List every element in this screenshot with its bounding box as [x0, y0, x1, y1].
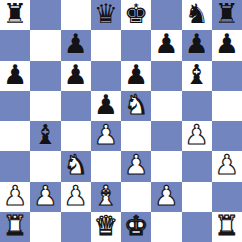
square-d5[interactable]: ♟: [91, 91, 121, 121]
square-f5[interactable]: [151, 91, 181, 121]
square-e1[interactable]: ♚: [121, 212, 151, 242]
square-g5[interactable]: [182, 91, 212, 121]
square-e6[interactable]: ♟: [121, 61, 151, 91]
square-h8[interactable]: ♜: [212, 0, 242, 30]
piece-white-pawn[interactable]: ♟: [94, 121, 118, 150]
piece-white-rook[interactable]: ♜: [215, 212, 239, 241]
square-a5[interactable]: [0, 91, 30, 121]
square-h6[interactable]: [212, 61, 242, 91]
piece-white-rook[interactable]: ♜: [3, 212, 27, 241]
square-h3[interactable]: ♟: [212, 151, 242, 181]
square-g2[interactable]: [182, 182, 212, 212]
piece-white-pawn[interactable]: ♟: [33, 182, 57, 211]
square-e2[interactable]: [121, 182, 151, 212]
square-f4[interactable]: [151, 121, 181, 151]
square-a6[interactable]: ♟: [0, 61, 30, 91]
piece-black-pawn[interactable]: ♟: [124, 61, 148, 90]
square-d7[interactable]: [91, 30, 121, 60]
square-c3[interactable]: ♞: [61, 151, 91, 181]
square-e3[interactable]: ♟: [121, 151, 151, 181]
square-g1[interactable]: [182, 212, 212, 242]
square-h5[interactable]: [212, 91, 242, 121]
square-b5[interactable]: [30, 91, 60, 121]
square-a4[interactable]: [0, 121, 30, 151]
piece-white-pawn[interactable]: ♟: [64, 182, 88, 211]
square-d4[interactable]: ♟: [91, 121, 121, 151]
square-f8[interactable]: [151, 0, 181, 30]
piece-black-queen[interactable]: ♛: [94, 0, 118, 29]
square-b7[interactable]: [30, 30, 60, 60]
piece-white-pawn[interactable]: ♟: [154, 182, 178, 211]
piece-white-pawn[interactable]: ♟: [124, 151, 148, 180]
piece-black-pawn[interactable]: ♟: [154, 30, 178, 59]
piece-white-pawn[interactable]: ♟: [3, 182, 27, 211]
piece-black-knight[interactable]: ♞: [185, 0, 209, 29]
piece-black-bishop[interactable]: ♝: [185, 61, 209, 90]
square-f6[interactable]: [151, 61, 181, 91]
piece-black-pawn[interactable]: ♟: [64, 30, 88, 59]
piece-black-king[interactable]: ♚: [124, 0, 148, 29]
piece-white-queen[interactable]: ♛: [94, 212, 118, 241]
square-b4[interactable]: ♝: [30, 121, 60, 151]
square-g8[interactable]: ♞: [182, 0, 212, 30]
square-a7[interactable]: [0, 30, 30, 60]
chess-board: ♜♛♚♞♜♟♟♟♟♟♟♟♝♟♞♝♟♟♞♟♟♟♟♟♝♟♜♛♚♜: [0, 0, 242, 242]
square-b2[interactable]: ♟: [30, 182, 60, 212]
square-a1[interactable]: ♜: [0, 212, 30, 242]
square-d8[interactable]: ♛: [91, 0, 121, 30]
square-b3[interactable]: [30, 151, 60, 181]
piece-white-bishop[interactable]: ♝: [94, 182, 118, 211]
square-d3[interactable]: [91, 151, 121, 181]
square-d2[interactable]: ♝: [91, 182, 121, 212]
square-e8[interactable]: ♚: [121, 0, 151, 30]
square-a2[interactable]: ♟: [0, 182, 30, 212]
square-b8[interactable]: [30, 0, 60, 30]
square-e4[interactable]: [121, 121, 151, 151]
square-f7[interactable]: ♟: [151, 30, 181, 60]
square-a3[interactable]: [0, 151, 30, 181]
piece-white-king[interactable]: ♚: [124, 212, 148, 241]
square-d6[interactable]: [91, 61, 121, 91]
square-c5[interactable]: [61, 91, 91, 121]
square-b6[interactable]: [30, 61, 60, 91]
square-c6[interactable]: ♟: [61, 61, 91, 91]
piece-white-pawn[interactable]: ♟: [215, 151, 239, 180]
piece-black-rook[interactable]: ♜: [215, 0, 239, 29]
square-c2[interactable]: ♟: [61, 182, 91, 212]
square-g4[interactable]: ♟: [182, 121, 212, 151]
square-d1[interactable]: ♛: [91, 212, 121, 242]
square-c8[interactable]: [61, 0, 91, 30]
square-g7[interactable]: ♟: [182, 30, 212, 60]
piece-white-knight[interactable]: ♞: [124, 91, 148, 120]
piece-white-pawn[interactable]: ♟: [185, 121, 209, 150]
piece-black-pawn[interactable]: ♟: [3, 61, 27, 90]
piece-black-rook[interactable]: ♜: [3, 0, 27, 29]
square-f2[interactable]: ♟: [151, 182, 181, 212]
piece-black-pawn[interactable]: ♟: [64, 61, 88, 90]
square-h7[interactable]: ♟: [212, 30, 242, 60]
square-f3[interactable]: [151, 151, 181, 181]
square-h1[interactable]: ♜: [212, 212, 242, 242]
square-b1[interactable]: [30, 212, 60, 242]
piece-white-knight[interactable]: ♞: [64, 151, 88, 180]
square-c7[interactable]: ♟: [61, 30, 91, 60]
piece-black-pawn[interactable]: ♟: [215, 30, 239, 59]
square-g6[interactable]: ♝: [182, 61, 212, 91]
piece-black-pawn[interactable]: ♟: [185, 30, 209, 59]
piece-black-bishop[interactable]: ♝: [33, 121, 57, 150]
square-f1[interactable]: [151, 212, 181, 242]
square-a8[interactable]: ♜: [0, 0, 30, 30]
square-h4[interactable]: [212, 121, 242, 151]
square-g3[interactable]: [182, 151, 212, 181]
square-e5[interactable]: ♞: [121, 91, 151, 121]
square-h2[interactable]: [212, 182, 242, 212]
piece-black-pawn[interactable]: ♟: [94, 91, 118, 120]
square-c4[interactable]: [61, 121, 91, 151]
square-c1[interactable]: [61, 212, 91, 242]
square-e7[interactable]: [121, 30, 151, 60]
